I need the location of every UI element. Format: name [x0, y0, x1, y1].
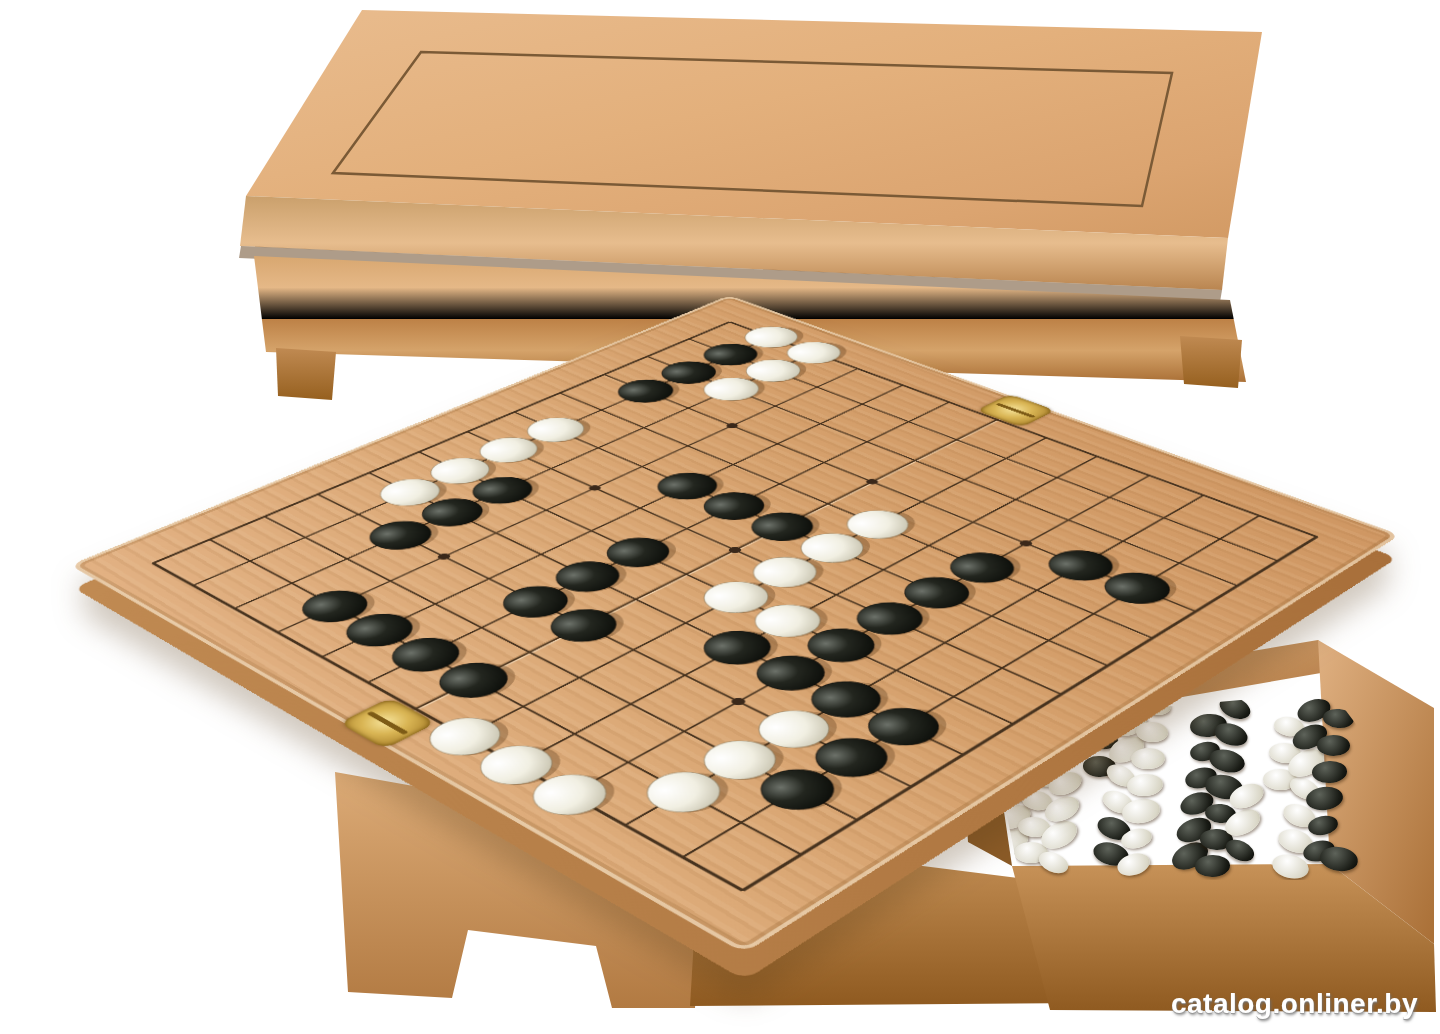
tray-black-stone: [1318, 844, 1359, 873]
tray-black-stone: [1095, 813, 1134, 844]
tray-white-stone: [1226, 780, 1267, 813]
box-lid-top: [246, 10, 1262, 238]
tray-black-stone: [1289, 719, 1331, 754]
board-surface: [70, 295, 1400, 953]
tray-white-stone: [1099, 787, 1136, 818]
go-board: [408, 223, 1062, 877]
lower-box-foot-right: [1236, 898, 1332, 996]
box-foot-right: [1180, 336, 1242, 388]
watermark-text: catalog.onliner.by: [1171, 988, 1418, 1020]
tray-black-stone: [1203, 772, 1245, 802]
tray-black-stone: [1317, 735, 1350, 756]
tray-white-stone: [1119, 825, 1154, 851]
board-grid: [70, 295, 1400, 953]
tray-black-stone: [1222, 835, 1257, 865]
tray-white-stone: [1121, 796, 1162, 825]
tray-black-stone: [1173, 813, 1215, 847]
tray-black-stone: [1207, 746, 1247, 776]
tray-black-stone: [1200, 829, 1234, 851]
tray-white-stone: [1126, 772, 1164, 797]
tray-white-stone: [1273, 714, 1306, 737]
box-foot-left: [276, 348, 336, 400]
tray-black-stone: [1204, 802, 1237, 824]
tray-black-stone: [1212, 719, 1251, 750]
tray-black-stone: [1322, 708, 1355, 730]
tray-white-stone: [1275, 826, 1315, 857]
tray-white-stone: [1283, 744, 1328, 782]
tray-black-stone: [1305, 784, 1345, 811]
tray-white-stone: [1270, 851, 1311, 882]
tray-black-stone: [1091, 839, 1132, 870]
tray-black-stone: [1307, 813, 1340, 837]
tray-white-stone: [1136, 721, 1169, 742]
tray-white-stone: [1131, 748, 1165, 770]
tray-white-stone: [1114, 850, 1152, 879]
tray-black-stone: [1189, 712, 1228, 739]
tray-black-stone: [1189, 739, 1222, 763]
tray-black-stone: [1217, 692, 1254, 722]
tray-black-stone: [1295, 695, 1334, 726]
tray-white-stone: [1281, 800, 1319, 831]
drawer-right-wall: [1318, 640, 1434, 944]
tray-black-stone: [1183, 764, 1219, 791]
tray-white-stone: [1268, 742, 1302, 765]
tray-black-stone: [1311, 760, 1347, 783]
lid-inlay-border: [333, 52, 1172, 206]
tray-white-stone: [1286, 774, 1322, 804]
product-photo-scene: catalog.onliner.by: [0, 0, 1440, 1034]
tray-black-stone: [1178, 789, 1217, 820]
tray-black-stone: [1195, 854, 1231, 877]
tray-black-stone: [1168, 836, 1212, 874]
tray-white-stone: [1104, 760, 1139, 790]
tray-white-stone: [1221, 804, 1264, 841]
tray-black-stone: [1301, 837, 1337, 864]
tray-white-stone: [1263, 769, 1297, 791]
